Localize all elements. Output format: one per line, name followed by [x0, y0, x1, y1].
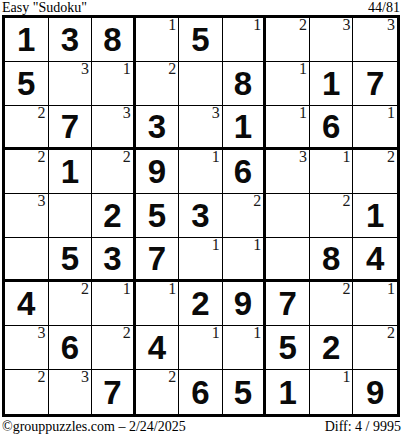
cell-r7c9[interactable]: 1 — [353, 282, 397, 326]
cell-value: 1 — [366, 199, 384, 232]
cell-value: 8 — [234, 67, 252, 100]
cell-value: 7 — [278, 287, 296, 320]
corner-mark: 1 — [212, 324, 220, 342]
cell-r1c9[interactable]: 3 — [353, 18, 397, 62]
corner-mark: 3 — [212, 104, 220, 122]
cell-value: 7 — [61, 110, 79, 143]
cell-value: 6 — [61, 331, 79, 364]
cell-r8c1[interactable]: 3 — [5, 326, 49, 370]
corner-mark: 2 — [342, 192, 350, 210]
cell-r2c3[interactable]: 1 — [92, 62, 136, 106]
cell-r6c5[interactable]: 1 — [179, 238, 223, 282]
cell-r8c8[interactable]: 2 — [310, 326, 354, 370]
cell-r8c5[interactable]: 1 — [179, 326, 223, 370]
cell-value: 5 — [148, 199, 166, 232]
corner-mark: 2 — [38, 368, 46, 386]
cell-r2c7[interactable]: 1 — [266, 62, 310, 106]
cell-r4c5[interactable]: 1 — [179, 150, 223, 194]
cell-r7c1[interactable]: 4 — [5, 282, 49, 326]
cell-r7c5[interactable]: 2 — [179, 282, 223, 326]
cell-r5c3[interactable]: 2 — [92, 194, 136, 238]
corner-mark: 2 — [38, 104, 46, 122]
cell-r9c2[interactable]: 3 — [49, 370, 93, 414]
cell-r4c8[interactable]: 1 — [310, 150, 354, 194]
corner-mark: 1 — [253, 236, 261, 254]
cell-r6c7[interactable] — [266, 238, 310, 282]
cell-value: 5 — [17, 67, 35, 100]
cell-r5c4[interactable]: 5 — [136, 194, 180, 238]
cell-r4c1[interactable]: 2 — [5, 150, 49, 194]
cell-r2c1[interactable]: 5 — [5, 62, 49, 106]
cell-r7c8[interactable]: 2 — [310, 282, 354, 326]
cell-value: 4 — [17, 287, 35, 320]
cell-r9c8[interactable]: 1 — [310, 370, 354, 414]
corner-mark: 3 — [81, 60, 89, 78]
cell-r5c5[interactable]: 3 — [179, 194, 223, 238]
cell-r6c8[interactable]: 8 — [310, 238, 354, 282]
cell-r8c3[interactable]: 2 — [92, 326, 136, 370]
cell-r3c7[interactable]: 1 — [266, 106, 310, 150]
corner-mark: 2 — [253, 192, 261, 210]
corner-mark: 1 — [342, 368, 350, 386]
difficulty-text: Diff: 4 / 9995 — [325, 420, 401, 434]
cell-r8c9[interactable]: 2 — [353, 326, 397, 370]
corner-mark: 1 — [342, 148, 350, 166]
cell-value: 2 — [103, 199, 121, 232]
cell-r3c5[interactable]: 3 — [179, 106, 223, 150]
cell-r7c7[interactable]: 7 — [266, 282, 310, 326]
cell-r4c6[interactable]: 6 — [223, 150, 267, 194]
sudoku-page: Easy "Sudoku" 44/81 13815123353128117273… — [0, 0, 402, 437]
cell-r1c5[interactable]: 5 — [179, 18, 223, 62]
cell-value: 6 — [191, 376, 209, 409]
cell-value: 5 — [278, 331, 296, 364]
cell-value: 4 — [148, 331, 166, 364]
cell-value: 4 — [366, 242, 384, 275]
cell-value: 1 — [17, 23, 35, 56]
cell-value: 8 — [103, 23, 121, 56]
cell-value: 9 — [148, 155, 166, 188]
corner-mark: 1 — [212, 148, 220, 166]
cell-r5c2[interactable] — [49, 194, 93, 238]
cell-r8c4[interactable]: 4 — [136, 326, 180, 370]
corner-mark: 1 — [387, 104, 395, 122]
sudoku-board: 1381512335312811727333116121291631232532… — [2, 15, 400, 417]
corner-mark: 2 — [81, 280, 89, 298]
cell-r2c8[interactable]: 1 — [310, 62, 354, 106]
cell-r3c8[interactable]: 6 — [310, 106, 354, 150]
cell-r5c6[interactable]: 2 — [223, 194, 267, 238]
cell-r3c1[interactable]: 2 — [5, 106, 49, 150]
corner-mark: 3 — [342, 16, 350, 34]
corner-mark: 1 — [212, 236, 220, 254]
corner-mark: 2 — [342, 280, 350, 298]
cell-r1c6[interactable]: 1 — [223, 18, 267, 62]
cell-r9c6[interactable]: 5 — [223, 370, 267, 414]
cell-r6c3[interactable]: 3 — [92, 238, 136, 282]
cell-r2c5[interactable] — [179, 62, 223, 106]
cell-r6c4[interactable]: 7 — [136, 238, 180, 282]
cell-value: 5 — [191, 23, 209, 56]
cell-value: 1 — [61, 155, 79, 188]
cell-r6c6[interactable]: 1 — [223, 238, 267, 282]
cell-value: 2 — [191, 287, 209, 320]
corner-mark: 3 — [123, 104, 131, 122]
corner-mark: 2 — [387, 148, 395, 166]
cell-r1c2[interactable]: 3 — [49, 18, 93, 62]
cell-r1c4[interactable]: 1 — [136, 18, 180, 62]
cell-r6c1[interactable] — [5, 238, 49, 282]
cell-value: 7 — [148, 242, 166, 275]
corner-mark: 3 — [81, 368, 89, 386]
cell-value: 3 — [103, 242, 121, 275]
cell-r4c9[interactable]: 2 — [353, 150, 397, 194]
cell-r9c7[interactable]: 1 — [266, 370, 310, 414]
copyright-text: ©grouppuzzles.com – 2/24/2025 — [2, 420, 186, 434]
cell-r6c9[interactable]: 4 — [353, 238, 397, 282]
cell-value: 1 — [278, 376, 296, 409]
cell-r3c4[interactable]: 3 — [136, 106, 180, 150]
corner-mark: 1 — [299, 104, 307, 122]
cell-r7c4[interactable]: 1 — [136, 282, 180, 326]
cell-value: 7 — [366, 67, 384, 100]
footer: ©grouppuzzles.com – 2/24/2025 Diff: 4 / … — [0, 417, 402, 434]
progress-counter: 44/81 — [368, 1, 400, 15]
cell-r9c1[interactable]: 2 — [5, 370, 49, 414]
corner-mark: 1 — [168, 16, 176, 34]
corner-mark: 3 — [38, 192, 46, 210]
cell-r7c2[interactable]: 2 — [49, 282, 93, 326]
corner-mark: 2 — [168, 368, 176, 386]
cell-r4c4[interactable]: 9 — [136, 150, 180, 194]
corner-mark: 1 — [123, 60, 131, 78]
corner-mark: 2 — [299, 16, 307, 34]
corner-mark: 2 — [168, 60, 176, 78]
cell-value: 9 — [366, 376, 384, 409]
corner-mark: 3 — [387, 16, 395, 34]
corner-mark: 3 — [299, 148, 307, 166]
cell-r3c6[interactable]: 1 — [223, 106, 267, 150]
cell-r4c7[interactable]: 3 — [266, 150, 310, 194]
corner-mark: 2 — [38, 148, 46, 166]
cell-r3c3[interactable]: 3 — [92, 106, 136, 150]
cell-value: 9 — [234, 287, 252, 320]
cell-r7c6[interactable]: 9 — [223, 282, 267, 326]
cell-r6c2[interactable]: 5 — [49, 238, 93, 282]
cell-r1c7[interactable]: 2 — [266, 18, 310, 62]
cell-r9c9[interactable]: 9 — [353, 370, 397, 414]
cell-r1c8[interactable]: 3 — [310, 18, 354, 62]
cell-r4c2[interactable]: 1 — [49, 150, 93, 194]
cell-r1c3[interactable]: 8 — [92, 18, 136, 62]
corner-mark: 1 — [253, 16, 261, 34]
cell-value: 8 — [322, 242, 340, 275]
corner-mark: 1 — [123, 280, 131, 298]
cell-value: 6 — [234, 155, 252, 188]
cell-r5c1[interactable]: 3 — [5, 194, 49, 238]
cell-r2c4[interactable]: 2 — [136, 62, 180, 106]
cell-r9c3[interactable]: 7 — [92, 370, 136, 414]
cell-value: 7 — [103, 376, 121, 409]
cell-r8c7[interactable]: 5 — [266, 326, 310, 370]
corner-mark: 1 — [387, 280, 395, 298]
cell-value: 3 — [148, 110, 166, 143]
cell-value: 3 — [61, 23, 79, 56]
cell-r7c3[interactable]: 1 — [92, 282, 136, 326]
cell-value: 3 — [191, 199, 209, 232]
cell-value: 6 — [322, 110, 340, 143]
cell-value: 5 — [61, 242, 79, 275]
cell-value: 1 — [322, 67, 340, 100]
cell-value: 5 — [234, 376, 252, 409]
cell-r4c3[interactable]: 2 — [92, 150, 136, 194]
corner-mark: 1 — [253, 324, 261, 342]
cell-value: 2 — [322, 331, 340, 364]
page-title: Easy "Sudoku" — [2, 1, 87, 15]
corner-mark: 2 — [123, 324, 131, 342]
corner-mark: 3 — [38, 324, 46, 342]
corner-mark: 1 — [168, 280, 176, 298]
cell-r3c2[interactable]: 7 — [49, 106, 93, 150]
cell-value: 1 — [234, 110, 252, 143]
cell-r2c6[interactable]: 8 — [223, 62, 267, 106]
cell-r9c4[interactable]: 2 — [136, 370, 180, 414]
cell-r8c6[interactable]: 1 — [223, 326, 267, 370]
cell-r3c9[interactable]: 1 — [353, 106, 397, 150]
corner-mark: 2 — [387, 324, 395, 342]
cell-r2c9[interactable]: 7 — [353, 62, 397, 106]
cell-r5c7[interactable] — [266, 194, 310, 238]
corner-mark: 2 — [123, 148, 131, 166]
cell-r9c5[interactable]: 6 — [179, 370, 223, 414]
cell-r1c1[interactable]: 1 — [5, 18, 49, 62]
cell-r2c2[interactable]: 3 — [49, 62, 93, 106]
cell-r8c2[interactable]: 6 — [49, 326, 93, 370]
header: Easy "Sudoku" 44/81 — [0, 0, 402, 15]
cell-r5c8[interactable]: 2 — [310, 194, 354, 238]
cell-r5c9[interactable]: 1 — [353, 194, 397, 238]
corner-mark: 1 — [299, 60, 307, 78]
